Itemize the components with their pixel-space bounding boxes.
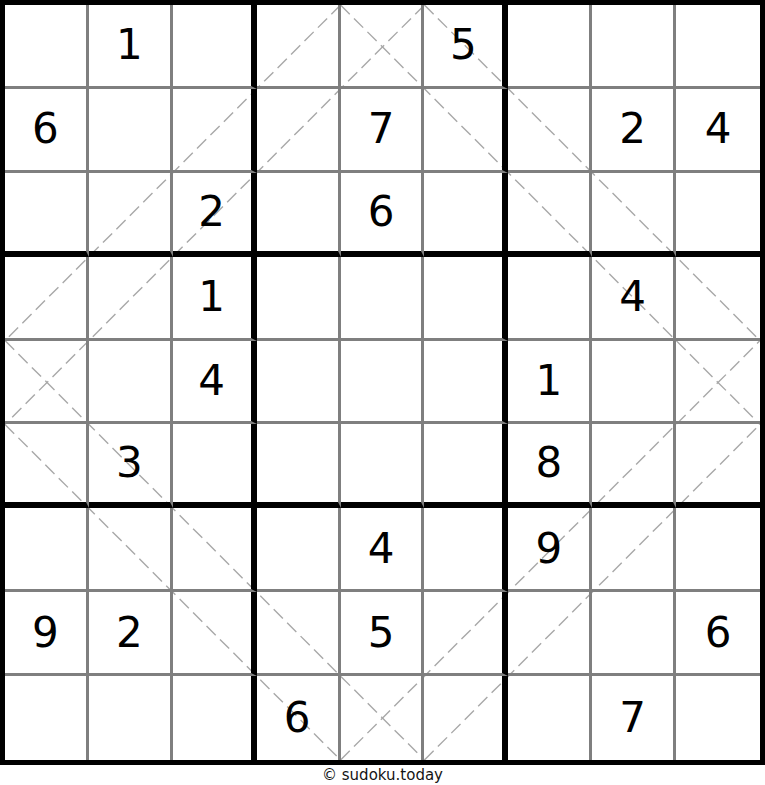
cell-r9c9[interactable] bbox=[676, 676, 760, 760]
cell-r8c3[interactable] bbox=[173, 592, 257, 676]
cell-r5c2[interactable] bbox=[89, 341, 173, 425]
cell-r5c1[interactable] bbox=[5, 341, 89, 425]
cell-r2c8-given[interactable]: 2 bbox=[592, 89, 676, 173]
cell-r4c2[interactable] bbox=[89, 257, 173, 341]
cell-r2c9-given[interactable]: 4 bbox=[676, 89, 760, 173]
cell-r4c6[interactable] bbox=[424, 257, 508, 341]
cell-r3c6[interactable] bbox=[424, 173, 508, 257]
cell-r2c6[interactable] bbox=[424, 89, 508, 173]
cell-r8c9-given[interactable]: 6 bbox=[676, 592, 760, 676]
cell-r9c8-given[interactable]: 7 bbox=[592, 676, 676, 760]
cell-r5c3-given[interactable]: 4 bbox=[173, 341, 257, 425]
cell-r9c2[interactable] bbox=[89, 676, 173, 760]
cell-r8c1-given[interactable]: 9 bbox=[5, 592, 89, 676]
cell-r3c5-given[interactable]: 6 bbox=[341, 173, 425, 257]
cell-r1c4[interactable] bbox=[257, 5, 341, 89]
cell-r6c3[interactable] bbox=[173, 424, 257, 508]
cell-r3c2[interactable] bbox=[89, 173, 173, 257]
cell-r7c9[interactable] bbox=[676, 508, 760, 592]
cell-r2c1-given[interactable]: 6 bbox=[5, 89, 89, 173]
cell-r6c7-given[interactable]: 8 bbox=[508, 424, 592, 508]
cell-r2c7[interactable] bbox=[508, 89, 592, 173]
cell-r1c5[interactable] bbox=[341, 5, 425, 89]
cell-r1c2-given[interactable]: 1 bbox=[89, 5, 173, 89]
credit-text: © sudoku.today bbox=[0, 766, 765, 785]
cell-r6c9[interactable] bbox=[676, 424, 760, 508]
cell-r6c2-given[interactable]: 3 bbox=[89, 424, 173, 508]
cell-r7c1[interactable] bbox=[5, 508, 89, 592]
cell-r3c7[interactable] bbox=[508, 173, 592, 257]
cell-r3c9[interactable] bbox=[676, 173, 760, 257]
cell-r2c4[interactable] bbox=[257, 89, 341, 173]
cell-r7c4[interactable] bbox=[257, 508, 341, 592]
cell-r4c4[interactable] bbox=[257, 257, 341, 341]
cell-r4c5[interactable] bbox=[341, 257, 425, 341]
cell-r5c9[interactable] bbox=[676, 341, 760, 425]
cell-r9c5[interactable] bbox=[341, 676, 425, 760]
cell-r2c2[interactable] bbox=[89, 89, 173, 173]
cell-r1c9[interactable] bbox=[676, 5, 760, 89]
cell-r9c4-given[interactable]: 6 bbox=[257, 676, 341, 760]
cell-r3c3-given[interactable]: 2 bbox=[173, 173, 257, 257]
cell-r7c3[interactable] bbox=[173, 508, 257, 592]
cell-r8c4[interactable] bbox=[257, 592, 341, 676]
cell-r3c1[interactable] bbox=[5, 173, 89, 257]
cell-r4c8-given[interactable]: 4 bbox=[592, 257, 676, 341]
cell-r6c1[interactable] bbox=[5, 424, 89, 508]
cell-r8c7[interactable] bbox=[508, 592, 592, 676]
cell-r2c5-given[interactable]: 7 bbox=[341, 89, 425, 173]
cell-r9c1[interactable] bbox=[5, 676, 89, 760]
cell-r4c1[interactable] bbox=[5, 257, 89, 341]
cell-r9c7[interactable] bbox=[508, 676, 592, 760]
sudoku-board: 1567242614413849925667 bbox=[0, 0, 765, 765]
cell-r6c6[interactable] bbox=[424, 424, 508, 508]
cell-r1c8[interactable] bbox=[592, 5, 676, 89]
cell-r8c6[interactable] bbox=[424, 592, 508, 676]
cell-r7c5-given[interactable]: 4 bbox=[341, 508, 425, 592]
cell-r7c2[interactable] bbox=[89, 508, 173, 592]
cell-r5c7-given[interactable]: 1 bbox=[508, 341, 592, 425]
cell-r8c8[interactable] bbox=[592, 592, 676, 676]
cell-r5c6[interactable] bbox=[424, 341, 508, 425]
cell-r4c3-given[interactable]: 1 bbox=[173, 257, 257, 341]
cell-r4c7[interactable] bbox=[508, 257, 592, 341]
cell-r5c4[interactable] bbox=[257, 341, 341, 425]
cell-r3c4[interactable] bbox=[257, 173, 341, 257]
cell-r5c8[interactable] bbox=[592, 341, 676, 425]
cell-r9c6[interactable] bbox=[424, 676, 508, 760]
cell-r5c5[interactable] bbox=[341, 341, 425, 425]
cell-r7c6[interactable] bbox=[424, 508, 508, 592]
cell-r9c3[interactable] bbox=[173, 676, 257, 760]
cell-r1c7[interactable] bbox=[508, 5, 592, 89]
cell-r3c8[interactable] bbox=[592, 173, 676, 257]
sudoku-puzzle-page: 1567242614413849925667 © sudoku.today bbox=[0, 0, 765, 785]
cell-r8c5-given[interactable]: 5 bbox=[341, 592, 425, 676]
cell-r1c3[interactable] bbox=[173, 5, 257, 89]
cell-r1c6-given[interactable]: 5 bbox=[424, 5, 508, 89]
cell-r8c2-given[interactable]: 2 bbox=[89, 592, 173, 676]
cell-r7c7-given[interactable]: 9 bbox=[508, 508, 592, 592]
cell-r1c1[interactable] bbox=[5, 5, 89, 89]
cell-r2c3[interactable] bbox=[173, 89, 257, 173]
cell-r6c5[interactable] bbox=[341, 424, 425, 508]
cell-r6c8[interactable] bbox=[592, 424, 676, 508]
cell-r4c9[interactable] bbox=[676, 257, 760, 341]
cell-r7c8[interactable] bbox=[592, 508, 676, 592]
cell-r6c4[interactable] bbox=[257, 424, 341, 508]
